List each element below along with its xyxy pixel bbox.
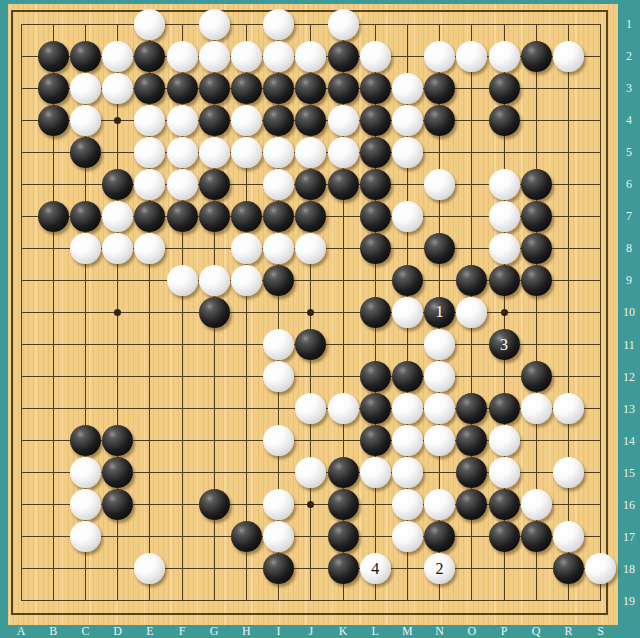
col-label-B: B	[49, 625, 57, 637]
white-stone-K1[interactable]	[328, 9, 359, 40]
black-stone-Q8[interactable]	[521, 233, 552, 264]
white-stone-K5[interactable]	[328, 137, 359, 168]
black-stone-K3[interactable]	[328, 73, 359, 104]
black-stone-N8[interactable]	[424, 233, 455, 264]
white-stone-F5[interactable]	[167, 137, 198, 168]
row-label-13: 13	[623, 403, 635, 415]
black-stone-P11[interactable]: 3	[489, 329, 520, 360]
grid-hline-12	[21, 376, 601, 377]
black-stone-K16[interactable]	[328, 489, 359, 520]
black-stone-N4[interactable]	[424, 105, 455, 136]
white-stone-E8[interactable]	[134, 233, 165, 264]
row-label-7: 7	[626, 210, 632, 222]
white-stone-Q16[interactable]	[521, 489, 552, 520]
black-stone-J7[interactable]	[295, 201, 326, 232]
white-stone-M17[interactable]	[392, 521, 423, 552]
white-stone-H8[interactable]	[231, 233, 262, 264]
black-stone-G3[interactable]	[199, 73, 230, 104]
row-label-3: 3	[626, 82, 632, 94]
row-label-1: 1	[626, 18, 632, 30]
black-stone-Q7[interactable]	[521, 201, 552, 232]
white-stone-P15[interactable]	[489, 457, 520, 488]
col-label-K: K	[339, 625, 348, 637]
white-stone-O2[interactable]	[456, 41, 487, 72]
black-stone-K6[interactable]	[328, 169, 359, 200]
white-stone-M4[interactable]	[392, 105, 423, 136]
black-stone-K15[interactable]	[328, 457, 359, 488]
white-stone-C4[interactable]	[70, 105, 101, 136]
white-stone-M3[interactable]	[392, 73, 423, 104]
black-stone-Q6[interactable]	[521, 169, 552, 200]
black-stone-G4[interactable]	[199, 105, 230, 136]
black-stone-E2[interactable]	[134, 41, 165, 72]
white-stone-N6[interactable]	[424, 169, 455, 200]
black-stone-L8[interactable]	[360, 233, 391, 264]
white-stone-D3[interactable]	[102, 73, 133, 104]
white-stone-N12[interactable]	[424, 361, 455, 392]
black-stone-O9[interactable]	[456, 265, 487, 296]
white-stone-I12[interactable]	[263, 361, 294, 392]
black-stone-L10[interactable]	[360, 297, 391, 328]
black-stone-L5[interactable]	[360, 137, 391, 168]
grid-hline-18	[21, 568, 601, 569]
white-stone-R13[interactable]	[553, 393, 584, 424]
white-stone-P8[interactable]	[489, 233, 520, 264]
white-stone-G9[interactable]	[199, 265, 230, 296]
white-stone-G2[interactable]	[199, 41, 230, 72]
black-stone-C7[interactable]	[70, 201, 101, 232]
col-label-J: J	[308, 625, 313, 637]
col-label-Q: Q	[532, 625, 541, 637]
white-stone-M15[interactable]	[392, 457, 423, 488]
col-label-D: D	[113, 625, 122, 637]
row-label-5: 5	[626, 146, 632, 158]
white-stone-P7[interactable]	[489, 201, 520, 232]
row-label-12: 12	[623, 371, 635, 383]
black-stone-M12[interactable]	[392, 361, 423, 392]
black-stone-N10[interactable]: 1	[424, 297, 455, 328]
white-stone-F4[interactable]	[167, 105, 198, 136]
col-label-C: C	[81, 625, 89, 637]
col-label-M: M	[402, 625, 413, 637]
black-stone-C14[interactable]	[70, 425, 101, 456]
white-stone-J2[interactable]	[295, 41, 326, 72]
black-stone-L13[interactable]	[360, 393, 391, 424]
white-stone-C15[interactable]	[70, 457, 101, 488]
black-stone-P13[interactable]	[489, 393, 520, 424]
black-stone-I7[interactable]	[263, 201, 294, 232]
row-label-2: 2	[626, 50, 632, 62]
white-stone-E5[interactable]	[134, 137, 165, 168]
black-stone-F3[interactable]	[167, 73, 198, 104]
white-stone-J8[interactable]	[295, 233, 326, 264]
white-stone-H9[interactable]	[231, 265, 262, 296]
black-stone-B3[interactable]	[38, 73, 69, 104]
white-stone-R2[interactable]	[553, 41, 584, 72]
black-stone-I9[interactable]	[263, 265, 294, 296]
white-stone-G1[interactable]	[199, 9, 230, 40]
row-label-15: 15	[623, 467, 635, 479]
grid-hline-19	[21, 600, 601, 601]
col-label-N: N	[435, 625, 444, 637]
black-stone-C5[interactable]	[70, 137, 101, 168]
move-number-2: 2	[436, 561, 444, 577]
col-label-S: S	[597, 625, 604, 637]
white-stone-R15[interactable]	[553, 457, 584, 488]
white-stone-M16[interactable]	[392, 489, 423, 520]
black-stone-E7[interactable]	[134, 201, 165, 232]
white-stone-R17[interactable]	[553, 521, 584, 552]
white-stone-E1[interactable]	[134, 9, 165, 40]
row-label-8: 8	[626, 242, 632, 254]
black-stone-J6[interactable]	[295, 169, 326, 200]
col-label-A: A	[17, 625, 26, 637]
white-stone-P2[interactable]	[489, 41, 520, 72]
white-stone-M10[interactable]	[392, 297, 423, 328]
row-label-16: 16	[623, 499, 635, 511]
row-label-4: 4	[626, 114, 632, 126]
white-stone-I5[interactable]	[263, 137, 294, 168]
white-stone-P14[interactable]	[489, 425, 520, 456]
row-label-9: 9	[626, 274, 632, 286]
col-label-R: R	[564, 625, 572, 637]
white-stone-H2[interactable]	[231, 41, 262, 72]
white-stone-E4[interactable]	[134, 105, 165, 136]
white-stone-L15[interactable]	[360, 457, 391, 488]
black-stone-L6[interactable]	[360, 169, 391, 200]
move-number-1: 1	[436, 304, 444, 320]
white-stone-F6[interactable]	[167, 169, 198, 200]
row-label-14: 14	[623, 435, 635, 447]
col-label-L: L	[372, 625, 379, 637]
black-stone-Q9[interactable]	[521, 265, 552, 296]
black-stone-I4[interactable]	[263, 105, 294, 136]
black-stone-B7[interactable]	[38, 201, 69, 232]
white-stone-N13[interactable]	[424, 393, 455, 424]
row-label-10: 10	[623, 306, 635, 318]
black-stone-Q2[interactable]	[521, 41, 552, 72]
black-stone-I3[interactable]	[263, 73, 294, 104]
black-stone-G16[interactable]	[199, 489, 230, 520]
white-stone-F9[interactable]	[167, 265, 198, 296]
white-stone-K13[interactable]	[328, 393, 359, 424]
row-label-18: 18	[623, 563, 635, 575]
black-stone-B4[interactable]	[38, 105, 69, 136]
grid-vline-R	[568, 24, 569, 601]
white-stone-M14[interactable]	[392, 425, 423, 456]
white-stone-I1[interactable]	[263, 9, 294, 40]
black-stone-B2[interactable]	[38, 41, 69, 72]
black-stone-P3[interactable]	[489, 73, 520, 104]
grid-vline-S	[600, 24, 601, 601]
white-stone-G5[interactable]	[199, 137, 230, 168]
go-board-diagram: 1342ABCDEFGHIJKLMNOPQRS12345678910111213…	[0, 0, 640, 638]
white-stone-E6[interactable]	[134, 169, 165, 200]
black-stone-P4[interactable]	[489, 105, 520, 136]
black-stone-L4[interactable]	[360, 105, 391, 136]
white-stone-F2[interactable]	[167, 41, 198, 72]
black-stone-E3[interactable]	[134, 73, 165, 104]
white-stone-D2[interactable]	[102, 41, 133, 72]
black-stone-L12[interactable]	[360, 361, 391, 392]
black-stone-G7[interactable]	[199, 201, 230, 232]
white-stone-C17[interactable]	[70, 521, 101, 552]
black-stone-L7[interactable]	[360, 201, 391, 232]
white-stone-Q13[interactable]	[521, 393, 552, 424]
black-stone-P16[interactable]	[489, 489, 520, 520]
black-stone-D6[interactable]	[102, 169, 133, 200]
star-point-D10	[114, 309, 121, 316]
black-stone-Q12[interactable]	[521, 361, 552, 392]
white-stone-N11[interactable]	[424, 329, 455, 360]
black-stone-M9[interactable]	[392, 265, 423, 296]
col-label-O: O	[467, 625, 476, 637]
row-label-6: 6	[626, 178, 632, 190]
white-stone-I2[interactable]	[263, 41, 294, 72]
white-stone-C3[interactable]	[70, 73, 101, 104]
black-stone-Q17[interactable]	[521, 521, 552, 552]
white-stone-P6[interactable]	[489, 169, 520, 200]
row-label-11: 11	[623, 339, 635, 351]
col-label-P: P	[501, 625, 508, 637]
white-stone-D8[interactable]	[102, 233, 133, 264]
white-stone-H5[interactable]	[231, 137, 262, 168]
col-label-E: E	[146, 625, 153, 637]
black-stone-G10[interactable]	[199, 297, 230, 328]
white-stone-I11[interactable]	[263, 329, 294, 360]
move-number-4: 4	[371, 561, 379, 577]
white-stone-M13[interactable]	[392, 393, 423, 424]
white-stone-M7[interactable]	[392, 201, 423, 232]
star-point-P10	[501, 309, 508, 316]
black-stone-C2[interactable]	[70, 41, 101, 72]
black-stone-L14[interactable]	[360, 425, 391, 456]
black-stone-J4[interactable]	[295, 105, 326, 136]
white-stone-N2[interactable]	[424, 41, 455, 72]
white-stone-L18[interactable]: 4	[360, 553, 391, 584]
col-label-G: G	[210, 625, 219, 637]
white-stone-M5[interactable]	[392, 137, 423, 168]
white-stone-L2[interactable]	[360, 41, 391, 72]
black-stone-H17[interactable]	[231, 521, 262, 552]
black-stone-K18[interactable]	[328, 553, 359, 584]
black-stone-F7[interactable]	[167, 201, 198, 232]
black-stone-G6[interactable]	[199, 169, 230, 200]
black-stone-H7[interactable]	[231, 201, 262, 232]
black-stone-P9[interactable]	[489, 265, 520, 296]
white-stone-H4[interactable]	[231, 105, 262, 136]
col-label-H: H	[242, 625, 251, 637]
black-stone-N3[interactable]	[424, 73, 455, 104]
black-stone-J3[interactable]	[295, 73, 326, 104]
black-stone-K2[interactable]	[328, 41, 359, 72]
black-stone-L3[interactable]	[360, 73, 391, 104]
black-stone-P17[interactable]	[489, 521, 520, 552]
white-stone-I8[interactable]	[263, 233, 294, 264]
row-label-17: 17	[623, 531, 635, 543]
move-number-3: 3	[500, 337, 508, 353]
black-stone-K17[interactable]	[328, 521, 359, 552]
col-label-I: I	[277, 625, 281, 637]
white-stone-I6[interactable]	[263, 169, 294, 200]
white-stone-K4[interactable]	[328, 105, 359, 136]
col-label-F: F	[179, 625, 186, 637]
star-point-D4	[114, 117, 121, 124]
white-stone-C16[interactable]	[70, 489, 101, 520]
white-stone-J5[interactable]	[295, 137, 326, 168]
white-stone-D7[interactable]	[102, 201, 133, 232]
white-stone-C8[interactable]	[70, 233, 101, 264]
black-stone-H3[interactable]	[231, 73, 262, 104]
row-label-19: 19	[623, 595, 635, 607]
